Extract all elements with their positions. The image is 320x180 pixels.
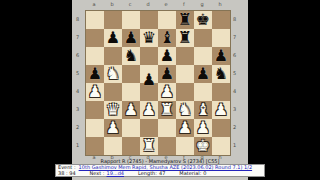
- piece-white-pawn: ♟: [142, 102, 156, 118]
- material-label: Material:: [179, 171, 201, 176]
- piece-white-pawn: ♟: [160, 84, 174, 100]
- square-f2: ♟: [176, 119, 194, 137]
- coord-label: 5: [233, 64, 236, 82]
- square-e2: [158, 119, 176, 137]
- coord-label: h: [211, 2, 229, 7]
- piece-black-knight: ♞: [214, 66, 228, 82]
- length-label: Length:: [138, 171, 157, 176]
- square-c6: ♞: [122, 47, 140, 65]
- square-h5: ♞: [212, 65, 230, 83]
- coord-label: f: [175, 2, 193, 7]
- piece-black-queen: ♛: [142, 30, 156, 46]
- piece-black-pawn: ♟: [160, 48, 174, 64]
- square-a6: [86, 47, 104, 65]
- square-c7: ♟: [122, 29, 140, 47]
- square-f7: ♜: [176, 29, 194, 47]
- square-f8: ♜: [176, 11, 194, 29]
- rank-labels-left: 87654321: [76, 10, 79, 154]
- square-d8: [140, 11, 158, 29]
- square-a7: [86, 29, 104, 47]
- square-h3: ♟: [212, 101, 230, 119]
- square-a3: [86, 101, 104, 119]
- ply-counter: 38 : 94: [58, 171, 76, 176]
- coord-label: 5: [76, 64, 79, 82]
- square-b6: [104, 47, 122, 65]
- square-a8: [86, 11, 104, 29]
- next-label: Next :: [90, 171, 105, 176]
- square-e1: [158, 137, 176, 155]
- piece-black-bishop: ♝: [160, 30, 174, 46]
- square-g1: ♚: [194, 137, 212, 155]
- coord-label: 6: [76, 46, 79, 64]
- square-b8: [104, 11, 122, 29]
- square-a4: ♟: [86, 83, 104, 101]
- square-d1: ♜: [140, 137, 158, 155]
- square-e7: ♝: [158, 29, 176, 47]
- piece-black-pawn: ♟: [106, 30, 120, 46]
- square-b1: [104, 137, 122, 155]
- letterbox-left: [0, 0, 72, 180]
- coord-label: 1: [233, 136, 236, 154]
- piece-black-pawn: ♟: [214, 48, 228, 64]
- piece-white-pawn: ♟: [178, 120, 192, 136]
- coord-label: 7: [233, 28, 236, 46]
- chess-board: ♜♚♟♟♛♝♜♞♟♟♟♞♟♟♟♞♟♟♛♟♟♜♞♝♟♟♟♟♜♚: [85, 10, 231, 156]
- square-g2: ♟: [194, 119, 212, 137]
- square-d7: ♛: [140, 29, 158, 47]
- piece-white-queen: ♛: [106, 102, 120, 118]
- piece-white-rook: ♜: [160, 102, 174, 118]
- coord-label: 2: [233, 118, 236, 136]
- square-g5: ♟: [194, 65, 212, 83]
- square-h6: ♟: [212, 47, 230, 65]
- square-f1: [176, 137, 194, 155]
- file-labels-top: abcdefgh: [85, 2, 229, 7]
- piece-white-bishop: ♝: [196, 102, 210, 118]
- square-h2: [212, 119, 230, 137]
- coord-label: a: [85, 2, 103, 7]
- piece-black-pawn: ♟: [124, 30, 138, 46]
- piece-white-rook: ♜: [142, 138, 156, 154]
- piece-white-knight: ♞: [106, 66, 120, 82]
- square-b7: ♟: [104, 29, 122, 47]
- square-d6: [140, 47, 158, 65]
- square-c8: [122, 11, 140, 29]
- square-a1: [86, 137, 104, 155]
- square-f4: [176, 83, 194, 101]
- piece-black-rook: ♜: [178, 30, 192, 46]
- square-d3: ♟: [140, 101, 158, 119]
- square-b5: ♞: [104, 65, 122, 83]
- piece-white-king: ♚: [196, 138, 210, 154]
- piece-black-knight: ♞: [124, 48, 138, 64]
- coord-label: 3: [233, 100, 236, 118]
- piece-white-pawn: ♟: [214, 102, 228, 118]
- coord-label: 7: [76, 28, 79, 46]
- square-g7: [194, 29, 212, 47]
- piece-black-rook: ♜: [178, 12, 192, 28]
- square-g4: [194, 83, 212, 101]
- square-h4: [212, 83, 230, 101]
- square-e8: [158, 11, 176, 29]
- piece-white-knight: ♞: [178, 102, 192, 118]
- square-c3: ♟: [122, 101, 140, 119]
- coord-label: 6: [233, 46, 236, 64]
- square-e4: ♟: [158, 83, 176, 101]
- square-c4: [122, 83, 140, 101]
- coord-label: 1: [76, 136, 79, 154]
- rank-labels-right: 87654321: [233, 10, 236, 154]
- coord-label: 8: [233, 10, 236, 28]
- square-a5: ♟: [86, 65, 104, 83]
- square-h1: [212, 137, 230, 155]
- piece-black-pawn: ♟: [160, 66, 174, 82]
- square-b2: ♟: [104, 119, 122, 137]
- square-g8: ♚: [194, 11, 212, 29]
- status-line: 38 : 94 Next : 19...d4 Length: 47 Materi…: [58, 171, 262, 177]
- square-g3: ♝: [194, 101, 212, 119]
- square-b3: ♛: [104, 101, 122, 119]
- square-b4: [104, 83, 122, 101]
- square-c1: [122, 137, 140, 155]
- coord-label: d: [139, 2, 157, 7]
- next-move[interactable]: 19...d4: [107, 171, 125, 176]
- square-d2: [140, 119, 158, 137]
- coord-label: 4: [233, 82, 236, 100]
- square-g6: [194, 47, 212, 65]
- piece-white-pawn: ♟: [106, 120, 120, 136]
- coord-label: 4: [76, 82, 79, 100]
- square-f5: [176, 65, 194, 83]
- square-c2: [122, 119, 140, 137]
- piece-black-king: ♚: [196, 12, 210, 28]
- piece-white-pawn: ♟: [196, 120, 210, 136]
- square-e6: ♟: [158, 47, 176, 65]
- coord-label: e: [157, 2, 175, 7]
- coord-label: c: [121, 2, 139, 7]
- square-f6: [176, 47, 194, 65]
- square-d5: ♟: [140, 65, 158, 83]
- piece-black-pawn: ♟: [196, 66, 210, 82]
- length-value: 47: [159, 171, 165, 176]
- square-h7: [212, 29, 230, 47]
- coord-label: b: [103, 2, 121, 7]
- coord-label: 3: [76, 100, 79, 118]
- piece-black-pawn: ♟: [88, 66, 102, 82]
- piece-white-pawn: ♟: [88, 84, 102, 100]
- piece-white-pawn: ♟: [124, 102, 138, 118]
- square-e5: ♟: [158, 65, 176, 83]
- coord-label: g: [193, 2, 211, 7]
- letterbox-right: [248, 0, 320, 180]
- coord-label: 2: [76, 118, 79, 136]
- caption-box: Event : 10th Gashimov Mem Rapid, Shusha …: [55, 164, 265, 177]
- coord-label: 8: [76, 10, 79, 28]
- square-f3: ♞: [176, 101, 194, 119]
- material-value: 0: [203, 171, 206, 176]
- square-c5: [122, 65, 140, 83]
- square-a2: [86, 119, 104, 137]
- square-e3: ♜: [158, 101, 176, 119]
- piece-black-pawn: ♟: [142, 72, 156, 88]
- square-h8: [212, 11, 230, 29]
